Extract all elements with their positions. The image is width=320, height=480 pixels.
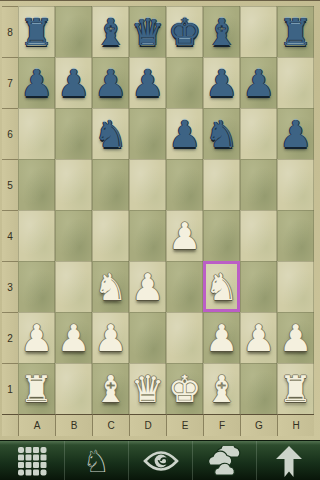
square-e6[interactable]: ♟ (166, 108, 203, 159)
square-e1[interactable]: ♚ (166, 363, 203, 414)
square-f4[interactable] (203, 210, 240, 261)
square-a2[interactable]: ♟ (18, 312, 55, 363)
white-king-e1: ♚ (168, 371, 201, 408)
white-bishop-c1: ♝ (94, 371, 127, 408)
file-label-D: D (129, 414, 166, 436)
square-d1[interactable]: ♛ (129, 363, 166, 414)
rank-label-8: 8 (2, 6, 18, 57)
file-label-F: F (203, 414, 240, 436)
square-g8[interactable] (240, 6, 277, 57)
square-f5[interactable] (203, 159, 240, 210)
board-corner (2, 414, 18, 436)
square-c4[interactable] (92, 210, 129, 261)
square-d8[interactable]: ♛ (129, 6, 166, 57)
square-d5[interactable] (129, 159, 166, 210)
eye-icon (142, 449, 180, 473)
square-f2[interactable]: ♟ (203, 312, 240, 363)
clouds-scene-button[interactable] (192, 441, 256, 480)
black-pawn-e6: ♟ (168, 116, 201, 153)
white-pawn-h2: ♟ (279, 320, 312, 357)
share-button[interactable] (256, 441, 320, 480)
square-d6[interactable] (129, 108, 166, 159)
square-h5[interactable] (277, 159, 314, 210)
black-pawn-b7: ♟ (57, 65, 90, 102)
square-g6[interactable] (240, 108, 277, 159)
square-h7[interactable] (277, 57, 314, 108)
rank-label-2: 2 (2, 312, 18, 363)
square-d7[interactable]: ♟ (129, 57, 166, 108)
black-pawn-c7: ♟ (94, 65, 127, 102)
black-pawn-f7: ♟ (205, 65, 238, 102)
square-a7[interactable]: ♟ (18, 57, 55, 108)
white-knight-c3: ♞ (94, 269, 127, 306)
knight-piece-button[interactable]: ♘ (64, 441, 128, 480)
square-e7[interactable] (166, 57, 203, 108)
square-c8[interactable]: ♝ (92, 6, 129, 57)
square-a4[interactable] (18, 210, 55, 261)
square-c2[interactable]: ♟ (92, 312, 129, 363)
white-queen-d1: ♛ (131, 371, 164, 408)
square-c6[interactable]: ♞ (92, 108, 129, 159)
square-h4[interactable] (277, 210, 314, 261)
square-a6[interactable] (18, 108, 55, 159)
square-h2[interactable]: ♟ (277, 312, 314, 363)
square-e5[interactable] (166, 159, 203, 210)
square-h3[interactable] (277, 261, 314, 312)
square-c1[interactable]: ♝ (92, 363, 129, 414)
square-b6[interactable] (55, 108, 92, 159)
square-a5[interactable] (18, 159, 55, 210)
square-b1[interactable] (55, 363, 92, 414)
white-bishop-f1: ♝ (205, 371, 238, 408)
rank-label-7: 7 (2, 57, 18, 108)
white-pawn-d3: ♟ (131, 269, 164, 306)
black-pawn-h6: ♟ (279, 116, 312, 153)
square-b4[interactable] (55, 210, 92, 261)
square-f6[interactable]: ♞ (203, 108, 240, 159)
white-pawn-g2: ♟ (242, 320, 275, 357)
rank-label-4: 4 (2, 210, 18, 261)
square-g7[interactable]: ♟ (240, 57, 277, 108)
board-grid-button[interactable] (0, 441, 64, 480)
rank-label-5: 5 (2, 159, 18, 210)
file-label-G: G (240, 414, 277, 436)
square-d3[interactable]: ♟ (129, 261, 166, 312)
rank-label-3: 3 (2, 261, 18, 312)
black-pawn-d7: ♟ (131, 65, 164, 102)
black-bishop-c8: ♝ (94, 14, 127, 51)
file-label-H: H (277, 414, 314, 436)
square-h6[interactable]: ♟ (277, 108, 314, 159)
square-f8[interactable]: ♝ (203, 6, 240, 57)
board-grid-icon (18, 447, 47, 476)
square-e3[interactable] (166, 261, 203, 312)
black-king-e8: ♚ (168, 14, 201, 51)
square-a1[interactable]: ♜ (18, 363, 55, 414)
black-queen-d8: ♛ (131, 14, 164, 51)
white-rook-h1: ♜ (279, 371, 312, 408)
knight-icon: ♘ (83, 446, 111, 477)
white-pawn-a2: ♟ (20, 320, 53, 357)
white-knight-f3: ♞ (205, 269, 238, 306)
square-c7[interactable]: ♟ (92, 57, 129, 108)
square-c3[interactable]: ♞ (92, 261, 129, 312)
square-g4[interactable] (240, 210, 277, 261)
file-label-E: E (166, 414, 203, 436)
chess-board: 8♜♝♛♚♝♜7♟♟♟♟♟♟6♞♟♞♟54♟3♞♟♞2♟♟♟♟♟♟1♜♝♛♚♝♜… (2, 6, 314, 436)
square-f1[interactable]: ♝ (203, 363, 240, 414)
rank-label-6: 6 (2, 108, 18, 159)
square-f7[interactable]: ♟ (203, 57, 240, 108)
square-h8[interactable]: ♜ (277, 6, 314, 57)
square-g5[interactable] (240, 159, 277, 210)
eye-view-button[interactable] (128, 441, 192, 480)
square-c5[interactable] (92, 159, 129, 210)
square-d2[interactable] (129, 312, 166, 363)
square-g3[interactable] (240, 261, 277, 312)
black-pawn-g7: ♟ (242, 65, 275, 102)
square-f3[interactable]: ♞ (203, 261, 240, 312)
black-rook-a8: ♜ (20, 14, 53, 51)
square-a3[interactable] (18, 261, 55, 312)
square-b3[interactable] (55, 261, 92, 312)
square-a8[interactable]: ♜ (18, 6, 55, 57)
black-rook-h8: ♜ (279, 14, 312, 51)
white-pawn-f2: ♟ (205, 320, 238, 357)
square-b2[interactable]: ♟ (55, 312, 92, 363)
square-e8[interactable]: ♚ (166, 6, 203, 57)
file-label-B: B (55, 414, 92, 436)
rank-label-1: 1 (2, 363, 18, 414)
square-d4[interactable] (129, 210, 166, 261)
file-label-A: A (18, 414, 55, 436)
square-h1[interactable]: ♜ (277, 363, 314, 414)
square-b8[interactable] (55, 6, 92, 57)
black-knight-f6: ♞ (205, 116, 238, 153)
black-pawn-a7: ♟ (20, 65, 53, 102)
white-pawn-c2: ♟ (94, 320, 127, 357)
black-knight-c6: ♞ (94, 116, 127, 153)
white-pawn-b2: ♟ (57, 320, 90, 357)
white-pawn-e4: ♟ (168, 218, 201, 255)
clouds-icon (205, 446, 245, 477)
square-g2[interactable]: ♟ (240, 312, 277, 363)
black-bishop-f8: ♝ (205, 14, 238, 51)
square-e4[interactable]: ♟ (166, 210, 203, 261)
white-rook-a1: ♜ (20, 371, 53, 408)
bottom-toolbar: ♘ (0, 440, 320, 480)
square-e2[interactable] (166, 312, 203, 363)
file-label-C: C (92, 414, 129, 436)
square-b7[interactable]: ♟ (55, 57, 92, 108)
square-g1[interactable] (240, 363, 277, 414)
square-b5[interactable] (55, 159, 92, 210)
arrow-up-icon (276, 446, 302, 477)
chess-board-frame: 8♜♝♛♚♝♜7♟♟♟♟♟♟6♞♟♞♟54♟3♞♟♞2♟♟♟♟♟♟1♜♝♛♚♝♜… (0, 0, 320, 440)
